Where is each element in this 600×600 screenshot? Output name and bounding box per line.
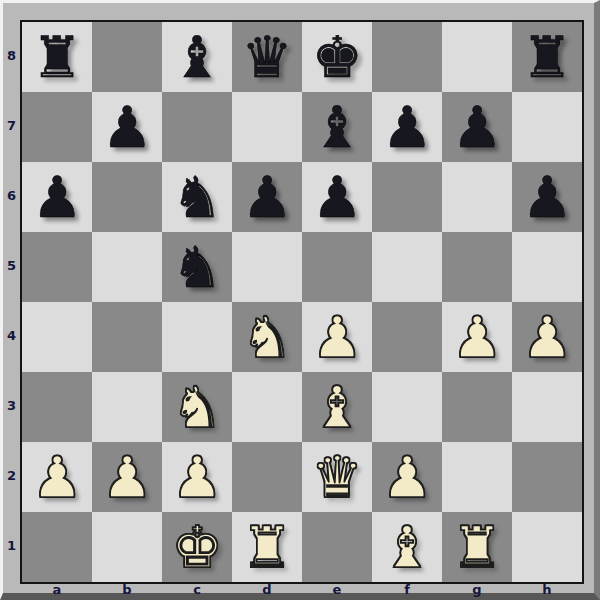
file-label-b: b [92,585,162,595]
square-e8[interactable]: ♚ [302,22,372,92]
square-g4[interactable]: ♟ [442,302,512,372]
black-pawn-h6: ♟ [521,169,572,226]
square-h8[interactable]: ♜ [512,22,582,92]
square-a1[interactable] [22,512,92,582]
square-h2[interactable] [512,442,582,512]
black-pawn-b7: ♟ [101,99,152,156]
square-c7[interactable] [162,92,232,162]
rank-labels: 87654321 [3,20,20,580]
file-label-h: h [512,585,582,595]
square-c3[interactable]: ♞ [162,372,232,442]
square-a2[interactable]: ♟ [22,442,92,512]
square-b1[interactable] [92,512,162,582]
square-e5[interactable] [302,232,372,302]
rank-label-7: 7 [3,90,20,160]
square-c2[interactable]: ♟ [162,442,232,512]
white-pawn-c2: ♟ [171,449,222,506]
black-pawn-d6: ♟ [241,169,292,226]
square-g8[interactable] [442,22,512,92]
square-g5[interactable] [442,232,512,302]
rank-label-5: 5 [3,230,20,300]
rank-label-4: 4 [3,300,20,370]
black-queen-d8: ♛ [241,29,292,86]
black-knight-c5: ♞ [171,239,222,296]
square-h3[interactable] [512,372,582,442]
white-queen-e2: ♛ [311,449,362,506]
square-h4[interactable]: ♟ [512,302,582,372]
square-e7[interactable]: ♝ [302,92,372,162]
square-d2[interactable] [232,442,302,512]
black-knight-c6: ♞ [171,169,222,226]
black-rook-a8: ♜ [31,29,82,86]
file-labels: abcdefgh [22,585,582,595]
square-d4[interactable]: ♞ [232,302,302,372]
square-f3[interactable] [372,372,442,442]
square-a6[interactable]: ♟ [22,162,92,232]
white-rook-g1: ♜ [451,519,502,576]
rank-label-8: 8 [3,20,20,90]
black-bishop-e7: ♝ [311,99,362,156]
file-label-c: c [162,585,232,595]
square-b3[interactable] [92,372,162,442]
square-f6[interactable] [372,162,442,232]
square-g6[interactable] [442,162,512,232]
square-h6[interactable]: ♟ [512,162,582,232]
square-h7[interactable] [512,92,582,162]
square-f4[interactable] [372,302,442,372]
square-c4[interactable] [162,302,232,372]
file-label-g: g [442,585,512,595]
black-king-e8: ♚ [311,29,362,86]
white-rook-d1: ♜ [241,519,292,576]
square-e3[interactable]: ♝ [302,372,372,442]
rank-label-6: 6 [3,160,20,230]
square-g2[interactable] [442,442,512,512]
rank-label-3: 3 [3,370,20,440]
square-c5[interactable]: ♞ [162,232,232,302]
white-pawn-b2: ♟ [101,449,152,506]
square-d1[interactable]: ♜ [232,512,302,582]
file-label-d: d [232,585,302,595]
black-pawn-f7: ♟ [381,99,432,156]
square-d5[interactable] [232,232,302,302]
board-frame: 87654321 ♜♝♛♚♜♟♝♟♟♟♞♟♟♟♞♞♟♟♟♞♝♟♟♟♛♟♚♜♝♜ … [0,0,600,600]
rank-label-1: 1 [3,510,20,580]
square-d3[interactable] [232,372,302,442]
white-pawn-f2: ♟ [381,449,432,506]
square-a7[interactable] [22,92,92,162]
file-label-e: e [302,585,372,595]
square-f8[interactable] [372,22,442,92]
square-b2[interactable]: ♟ [92,442,162,512]
square-e2[interactable]: ♛ [302,442,372,512]
black-bishop-c8: ♝ [171,29,222,86]
square-e1[interactable] [302,512,372,582]
square-a3[interactable] [22,372,92,442]
square-d8[interactable]: ♛ [232,22,302,92]
square-e6[interactable]: ♟ [302,162,372,232]
white-bishop-f1: ♝ [381,519,432,576]
white-pawn-a2: ♟ [31,449,82,506]
square-h5[interactable] [512,232,582,302]
chess-board[interactable]: ♜♝♛♚♜♟♝♟♟♟♞♟♟♟♞♞♟♟♟♞♝♟♟♟♛♟♚♜♝♜ [20,20,584,584]
square-g3[interactable] [442,372,512,442]
square-g7[interactable]: ♟ [442,92,512,162]
square-e4[interactable]: ♟ [302,302,372,372]
square-a5[interactable] [22,232,92,302]
square-f1[interactable]: ♝ [372,512,442,582]
white-knight-c3: ♞ [171,379,222,436]
white-king-c1: ♚ [171,519,222,576]
white-pawn-e4: ♟ [311,309,362,366]
square-b6[interactable] [92,162,162,232]
square-c1[interactable]: ♚ [162,512,232,582]
black-pawn-g7: ♟ [451,99,502,156]
white-knight-d4: ♞ [241,309,292,366]
white-pawn-g4: ♟ [451,309,502,366]
square-b8[interactable] [92,22,162,92]
square-a8[interactable]: ♜ [22,22,92,92]
square-f5[interactable] [372,232,442,302]
square-c8[interactable]: ♝ [162,22,232,92]
square-d7[interactable] [232,92,302,162]
black-pawn-e6: ♟ [311,169,362,226]
square-d6[interactable]: ♟ [232,162,302,232]
black-rook-h8: ♜ [521,29,572,86]
white-bishop-e3: ♝ [311,379,362,436]
square-b4[interactable] [92,302,162,372]
rank-label-2: 2 [3,440,20,510]
square-a4[interactable] [22,302,92,372]
square-b5[interactable] [92,232,162,302]
square-g1[interactable]: ♜ [442,512,512,582]
black-pawn-a6: ♟ [31,169,82,226]
file-label-a: a [22,585,92,595]
file-label-f: f [372,585,442,595]
square-f2[interactable]: ♟ [372,442,442,512]
white-pawn-h4: ♟ [521,309,572,366]
square-f7[interactable]: ♟ [372,92,442,162]
square-b7[interactable]: ♟ [92,92,162,162]
square-c6[interactable]: ♞ [162,162,232,232]
square-h1[interactable] [512,512,582,582]
